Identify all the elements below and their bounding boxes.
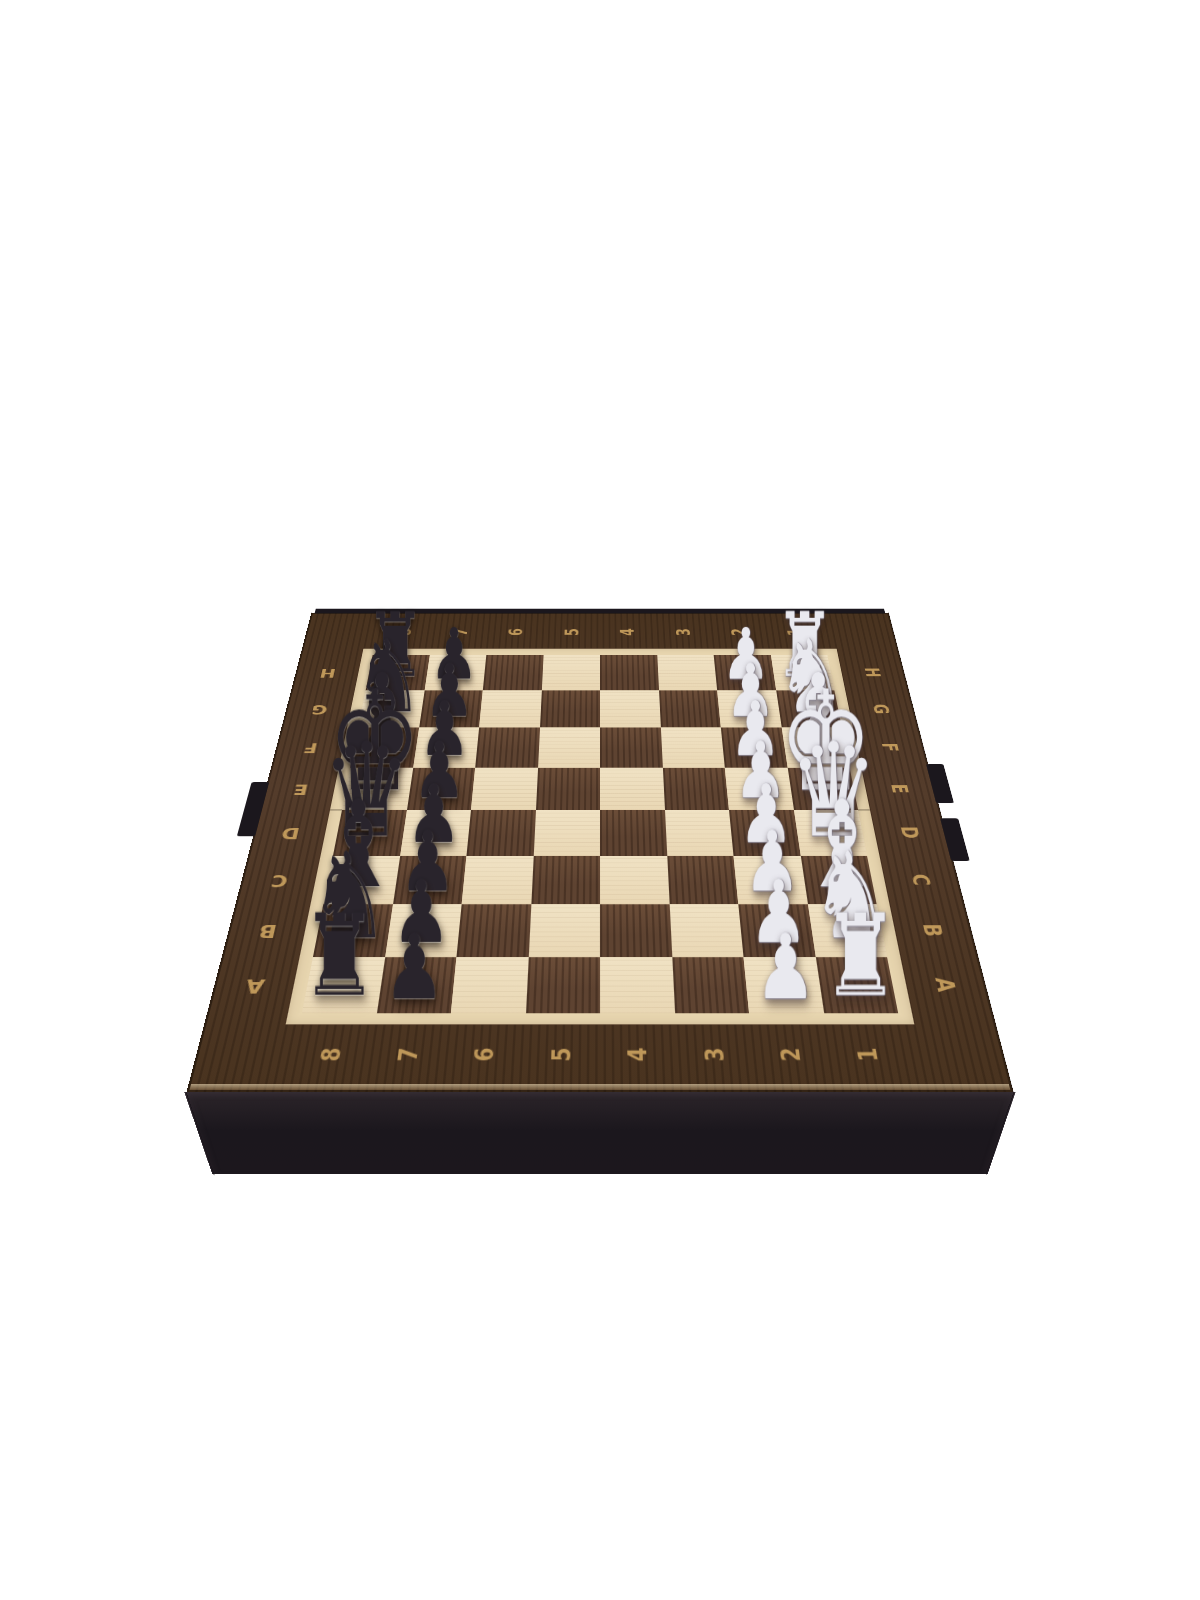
file-label-a: A xyxy=(905,969,985,1001)
rank-label-3: 3 xyxy=(692,1024,739,1086)
rank-label-6: 6 xyxy=(499,616,533,649)
file-label-b: B xyxy=(242,904,294,956)
square xyxy=(533,810,600,856)
file-label-b: B xyxy=(894,916,971,945)
box-front-wall xyxy=(184,1092,1016,1174)
square xyxy=(600,767,665,810)
square xyxy=(479,690,541,727)
square: ♟ xyxy=(744,957,824,1014)
rank-label-5: 5 xyxy=(556,616,588,649)
square xyxy=(669,904,743,956)
square xyxy=(665,810,734,856)
square xyxy=(667,856,739,905)
rank-label-1: 1 xyxy=(842,1024,895,1086)
piece-black-rook: ♜ xyxy=(301,902,378,1009)
square xyxy=(600,655,659,690)
square xyxy=(531,856,600,905)
square xyxy=(471,767,538,810)
square xyxy=(600,856,669,905)
rank-label-4: 4 xyxy=(612,616,644,649)
square xyxy=(528,904,600,956)
square xyxy=(657,655,717,690)
chess-board: ♜♟♟♜♞♟♟♞♝♟♟♝♚♟♟♚♛♟♟♛♝♟♟♝♞♟♟♞♜♟♟♜ xyxy=(302,655,898,1013)
square xyxy=(600,690,660,727)
square xyxy=(541,655,600,690)
frame-front-bevel xyxy=(190,1084,1011,1090)
file-label-a: A xyxy=(228,957,282,1014)
square xyxy=(662,767,729,810)
square xyxy=(538,728,600,768)
box-hinge-right-2 xyxy=(940,818,970,861)
piece-white-rook: ♜ xyxy=(822,902,899,1009)
rank-label-2: 2 xyxy=(767,1024,817,1086)
square xyxy=(467,810,536,856)
square xyxy=(540,690,600,727)
square xyxy=(462,856,534,905)
square: ♜ xyxy=(302,957,385,1014)
rank-label-8: 8 xyxy=(305,1024,358,1086)
square xyxy=(600,728,662,768)
product-photo-scene: HGFEDCBA HGFEDCBA 87654321 87654321 ♜♟♟♜… xyxy=(0,0,1200,1600)
square xyxy=(600,810,667,856)
square: ♟ xyxy=(376,957,456,1014)
square xyxy=(600,904,672,956)
piece-black-pawn: ♟ xyxy=(383,924,444,1009)
rank-label-5: 5 xyxy=(539,1024,583,1086)
square xyxy=(660,728,724,768)
rank-labels-near: 87654321 xyxy=(290,1037,910,1072)
square xyxy=(475,728,539,768)
file-label-d: D xyxy=(267,810,314,856)
rank-label-6: 6 xyxy=(461,1024,508,1086)
square: ♜ xyxy=(815,957,898,1014)
square xyxy=(536,767,601,810)
rank-label-7: 7 xyxy=(383,1024,433,1086)
chess-box: HGFEDCBA HGFEDCBA 87654321 87654321 ♜♟♟♜… xyxy=(187,613,1014,1092)
square xyxy=(483,655,543,690)
rank-label-3: 3 xyxy=(667,616,701,649)
file-label-c: C xyxy=(255,856,304,905)
rank-label-4: 4 xyxy=(617,1024,661,1086)
piece-white-pawn: ♟ xyxy=(755,924,816,1009)
square xyxy=(659,690,721,727)
square xyxy=(456,904,530,956)
